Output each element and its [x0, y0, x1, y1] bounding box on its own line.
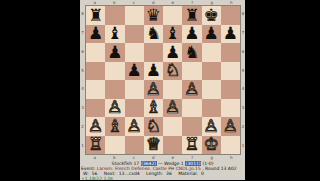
square-b1[interactable] — [105, 136, 124, 155]
square-a4[interactable] — [86, 80, 105, 99]
piece-white-king[interactable]: ♔ — [204, 136, 219, 153]
square-d2[interactable]: ♘ — [144, 117, 163, 136]
piece-white-pawn[interactable]: ♙ — [146, 80, 161, 97]
square-c6[interactable] — [125, 43, 144, 62]
piece-white-rook[interactable]: ♖ — [88, 136, 103, 153]
square-h8[interactable] — [221, 6, 240, 25]
event-line: Event: Larsen: French Defense, Castle PH… — [81, 166, 244, 171]
piece-white-bishop[interactable]: ♗ — [107, 117, 122, 134]
engine-eval-line: +1.18/22 1.0s — [81, 176, 244, 181]
square-f8[interactable]: ♜ — [182, 6, 201, 25]
square-g8[interactable]: ♚ — [202, 6, 221, 25]
square-h6[interactable] — [221, 43, 240, 62]
length-value: 36 — [166, 171, 172, 176]
square-b7[interactable]: ♝ — [105, 25, 124, 44]
square-d4[interactable]: ♙ — [144, 80, 163, 99]
piece-black-pawn[interactable]: ♟ — [223, 25, 238, 42]
square-f5[interactable] — [182, 62, 201, 81]
engine-eval-text: +1.18/22 1.0s — [81, 176, 113, 181]
piece-black-bishop[interactable]: ♝ — [165, 25, 180, 42]
square-g3[interactable] — [202, 99, 221, 118]
video-frame: abcdefgh 87654321 ♜♛♜♚♟♝♞♝♟♟♟♟♟♞♟♟♘♙♙♙♗♙… — [0, 0, 320, 180]
piece-white-pawn[interactable]: ♙ — [107, 99, 122, 116]
piece-black-queen[interactable]: ♛ — [146, 6, 161, 23]
square-g7[interactable]: ♟ — [202, 25, 221, 44]
square-e7[interactable]: ♝ — [163, 25, 182, 44]
piece-black-knight[interactable]: ♞ — [146, 25, 161, 42]
square-h1[interactable] — [221, 136, 240, 155]
square-e2[interactable] — [163, 117, 182, 136]
rank-label-4: 4 — [241, 80, 245, 99]
square-d7[interactable]: ♞ — [144, 25, 163, 44]
square-d3[interactable]: ♗ — [144, 99, 163, 118]
rank-label-5: 5 — [241, 61, 245, 80]
piece-white-pawn[interactable]: ♙ — [88, 117, 103, 134]
square-c7[interactable] — [125, 25, 144, 44]
material-value: 0 — [201, 171, 204, 176]
piece-black-pawn[interactable]: ♟ — [107, 43, 122, 60]
piece-white-pawn[interactable]: ♙ — [204, 117, 219, 134]
square-b5[interactable] — [105, 62, 124, 81]
piece-white-queen[interactable]: ♕ — [146, 136, 161, 153]
square-a5[interactable] — [86, 62, 105, 81]
piece-black-knight[interactable]: ♞ — [184, 43, 199, 60]
piece-white-pawn[interactable]: ♙ — [127, 117, 142, 134]
piece-black-pawn[interactable]: ♟ — [88, 25, 103, 42]
length-label: Length: — [146, 171, 163, 176]
piece-black-rook[interactable]: ♜ — [184, 6, 199, 23]
square-d5[interactable]: ♟ — [144, 62, 163, 81]
piece-black-pawn[interactable]: ♟ — [127, 62, 142, 79]
square-d8[interactable]: ♛ — [144, 6, 163, 25]
square-b8[interactable] — [105, 6, 124, 25]
square-g2[interactable]: ♙ — [202, 117, 221, 136]
next-move-value: 13...cxd4 — [119, 171, 140, 176]
square-f6[interactable]: ♞ — [182, 43, 201, 62]
square-b4[interactable] — [105, 80, 124, 99]
square-c5[interactable]: ♟ — [125, 62, 144, 81]
piece-black-rook[interactable]: ♜ — [88, 6, 103, 23]
square-d6[interactable] — [144, 43, 163, 62]
square-e1[interactable] — [163, 136, 182, 155]
piece-black-pawn[interactable]: ♟ — [184, 25, 199, 42]
square-b3[interactable]: ♙ — [105, 99, 124, 118]
piece-black-king[interactable]: ♚ — [204, 6, 219, 23]
square-e6[interactable]: ♟ — [163, 43, 182, 62]
square-e4[interactable] — [163, 80, 182, 99]
square-g1[interactable]: ♔ — [202, 136, 221, 155]
square-b2[interactable]: ♗ — [105, 117, 124, 136]
rank-label-7: 7 — [241, 24, 245, 43]
chess-gui: abcdefgh 87654321 ♜♛♜♚♟♝♞♝♟♟♟♟♟♞♟♟♘♙♙♙♗♙… — [80, 0, 245, 180]
square-f1[interactable]: ♖ — [182, 136, 201, 155]
square-f4[interactable]: ♙ — [182, 80, 201, 99]
square-c2[interactable]: ♙ — [125, 117, 144, 136]
square-h3[interactable] — [221, 99, 240, 118]
square-g5[interactable] — [202, 62, 221, 81]
square-h2[interactable]: ♙ — [221, 117, 240, 136]
piece-white-bishop[interactable]: ♗ — [146, 99, 161, 116]
square-a7[interactable]: ♟ — [86, 25, 105, 44]
square-g4[interactable] — [202, 80, 221, 99]
square-a6[interactable] — [86, 43, 105, 62]
piece-white-pawn[interactable]: ♙ — [165, 99, 180, 116]
square-a3[interactable] — [86, 99, 105, 118]
event-extra: , Round 13 A02 — [202, 166, 237, 171]
square-c8[interactable] — [125, 6, 144, 25]
rank-label-3: 3 — [241, 99, 245, 118]
square-g6[interactable] — [202, 43, 221, 62]
square-c4[interactable] — [125, 80, 144, 99]
event-link[interactable]: Larsen: French Defense, Castle PH CNDL.J… — [97, 166, 201, 171]
square-f3[interactable] — [182, 99, 201, 118]
square-f7[interactable]: ♟ — [182, 25, 201, 44]
piece-white-knight[interactable]: ♘ — [165, 62, 180, 79]
square-a2[interactable]: ♙ — [86, 117, 105, 136]
piece-white-pawn[interactable]: ♙ — [184, 80, 199, 97]
square-a1[interactable]: ♖ — [86, 136, 105, 155]
square-h4[interactable] — [221, 80, 240, 99]
event-label: Event: — [81, 166, 95, 171]
piece-white-knight[interactable]: ♘ — [146, 117, 161, 134]
rank-label-2: 2 — [241, 118, 245, 137]
square-b6[interactable]: ♟ — [105, 43, 124, 62]
square-f2[interactable] — [182, 117, 201, 136]
square-c3[interactable] — [125, 99, 144, 118]
square-h5[interactable] — [221, 62, 240, 81]
game-info-panel: Stockfish 17 (3642) — Wedge 1 (3011) (1-… — [80, 160, 245, 180]
square-a8[interactable]: ♜ — [86, 6, 105, 25]
chess-board[interactable]: ♜♛♜♚♟♝♞♝♟♟♟♟♟♞♟♟♘♙♙♙♗♙♙♗♙♘♙♙♖♕♖♔ — [85, 5, 241, 155]
piece-black-bishop[interactable]: ♝ — [107, 25, 122, 42]
square-e5[interactable]: ♘ — [163, 62, 182, 81]
square-e3[interactable]: ♙ — [163, 99, 182, 118]
piece-black-pawn[interactable]: ♟ — [204, 25, 219, 42]
piece-black-pawn[interactable]: ♟ — [165, 43, 180, 60]
square-h7[interactable]: ♟ — [221, 25, 240, 44]
square-d1[interactable]: ♕ — [144, 136, 163, 155]
rank-label-8: 8 — [241, 5, 245, 24]
rank-label-6: 6 — [241, 43, 245, 62]
rank-label-1: 1 — [241, 136, 245, 155]
piece-white-pawn[interactable]: ♙ — [223, 117, 238, 134]
square-e8[interactable] — [163, 6, 182, 25]
rank-labels-right: 87654321 — [241, 5, 245, 155]
square-c1[interactable] — [125, 136, 144, 155]
piece-white-rook[interactable]: ♖ — [184, 136, 199, 153]
piece-black-pawn[interactable]: ♟ — [146, 62, 161, 79]
material-label: Material: — [178, 171, 198, 176]
